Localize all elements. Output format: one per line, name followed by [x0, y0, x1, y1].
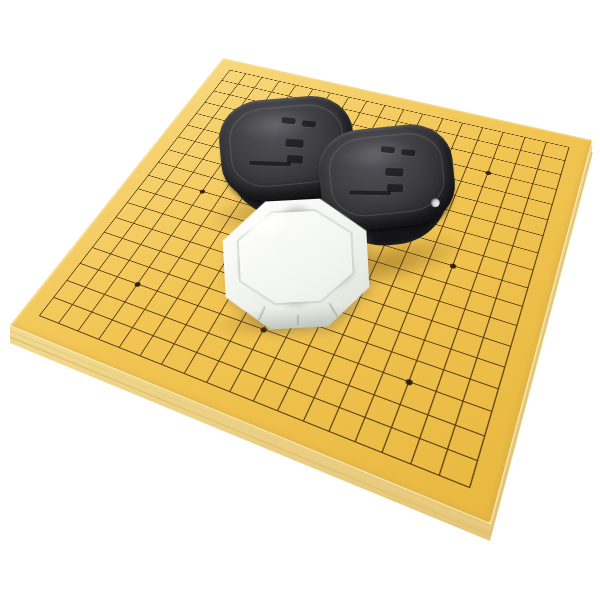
embossed-kanji-mark [381, 146, 395, 153]
lid-vent-hole [430, 198, 440, 208]
container-facet-line [297, 315, 299, 325]
embossed-kanji-mark [385, 168, 403, 177]
embossed-kanji-mark [349, 190, 391, 195]
container-lid [221, 196, 372, 331]
product-photo-stage [0, 0, 600, 600]
embossed-kanji-mark [401, 149, 415, 156]
white-stone-container [221, 196, 372, 331]
embossed-kanji-mark [285, 139, 304, 148]
